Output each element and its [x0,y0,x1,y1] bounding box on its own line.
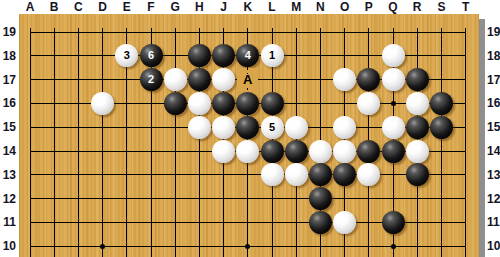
marker-letter-A: A [242,74,253,86]
black-stone-Q14 [382,140,405,163]
white-stone-P13 [357,163,380,186]
black-stone-F17-move-2: 2 [140,68,163,91]
black-stone-O13 [333,163,356,186]
coord-label-row-17-right: 17 [487,73,500,87]
grid-line-horizontal-19 [30,32,467,33]
star-point-K10 [245,244,250,249]
coord-label-row-14-right: 14 [487,144,500,158]
coord-label-col-M: M [291,0,301,14]
black-stone-H17 [188,68,211,91]
coord-label-row-13-left: 13 [0,168,16,182]
board-shadow-strip [479,19,485,257]
coord-label-row-10-right: 10 [487,239,500,253]
white-stone-O14 [333,140,356,163]
black-stone-K16 [236,92,259,115]
white-stone-G17 [164,68,187,91]
coord-label-row-11-left: 11 [0,215,16,229]
coord-label-row-10-left: 10 [0,239,16,253]
coord-label-row-18-right: 18 [487,49,500,63]
white-stone-N14 [309,140,332,163]
white-stone-J14 [212,140,235,163]
coord-label-row-12-left: 12 [0,192,16,206]
star-point-D10 [100,244,105,249]
white-stone-P16 [357,92,380,115]
coord-label-col-O: O [340,0,349,14]
coord-label-col-A: A [26,0,35,14]
coord-label-col-E: E [123,0,131,14]
coord-label-row-17-left: 17 [0,73,16,87]
coord-label-col-H: H [195,0,204,14]
coord-label-col-L: L [268,0,275,14]
white-stone-D16 [91,92,114,115]
black-stone-J16 [212,92,235,115]
white-stone-K14 [236,140,259,163]
white-stone-J15 [212,116,235,139]
black-stone-S15 [430,116,453,139]
white-stone-H16 [188,92,211,115]
white-stone-R16 [406,92,429,115]
grid-line-horizontal-12 [30,198,467,199]
black-stone-R17 [406,68,429,91]
coord-label-col-C: C [74,0,83,14]
black-stone-L14 [261,140,284,163]
white-stone-M13 [285,163,308,186]
white-stone-Q18 [382,44,405,67]
go-diagram: 364125A ABCDEFGHJKLMNOPQRST 191817161514… [0,0,500,257]
white-stone-L18-move-1: 1 [261,44,284,67]
coord-label-row-19-right: 19 [487,25,500,39]
black-stone-N11 [309,211,332,234]
coord-label-col-S: S [437,0,445,14]
white-stone-Q17 [382,68,405,91]
black-stone-G16 [164,92,187,115]
black-stone-M14 [285,140,308,163]
coord-label-row-12-right: 12 [487,192,500,206]
coord-label-col-F: F [147,0,154,14]
grid-line-horizontal-13 [30,174,467,175]
point-marker-K17: A [237,68,258,92]
coord-label-col-J: J [220,0,227,14]
coord-label-row-14-left: 14 [0,144,16,158]
black-stone-K18-move-4: 4 [236,44,259,67]
go-board[interactable]: 364125A [19,14,479,257]
coord-label-col-G: G [171,0,180,14]
white-stone-O17 [333,68,356,91]
black-stone-N12 [309,187,332,210]
coord-label-row-15-left: 15 [0,120,16,134]
coord-label-col-B: B [50,0,59,14]
white-stone-L15-move-5: 5 [261,116,284,139]
white-stone-E18-move-3: 3 [115,44,138,67]
coord-label-row-18-left: 18 [0,49,16,63]
coord-label-row-15-right: 15 [487,120,500,134]
black-stone-L16 [261,92,284,115]
coord-label-row-11-right: 11 [487,215,500,229]
black-stone-N13 [309,163,332,186]
black-stone-Q11 [382,211,405,234]
coord-label-col-D: D [98,0,107,14]
black-stone-J18 [212,44,235,67]
coord-label-row-19-left: 19 [0,25,16,39]
coord-label-col-T: T [462,0,469,14]
coord-label-col-Q: Q [388,0,397,14]
black-stone-H18 [188,44,211,67]
star-point-Q16 [391,101,396,106]
white-stone-M15 [285,116,308,139]
white-stone-J17 [212,68,235,91]
white-stone-L13 [261,163,284,186]
white-stone-O11 [333,211,356,234]
black-stone-R15 [406,116,429,139]
black-stone-R13 [406,163,429,186]
coord-label-col-K: K [243,0,252,14]
white-stone-R14 [406,140,429,163]
white-stone-Q15 [382,116,405,139]
coord-label-row-16-right: 16 [487,96,500,110]
black-stone-F18-move-6: 6 [140,44,163,67]
coord-label-row-13-right: 13 [487,168,500,182]
coord-label-col-R: R [413,0,422,14]
black-stone-K15 [236,116,259,139]
coord-label-col-P: P [365,0,373,14]
black-stone-P14 [357,140,380,163]
black-stone-P17 [357,68,380,91]
white-stone-H15 [188,116,211,139]
black-stone-S16 [430,92,453,115]
coord-label-row-16-left: 16 [0,96,16,110]
white-stone-O15 [333,116,356,139]
star-point-Q10 [391,244,396,249]
coord-label-col-N: N [316,0,325,14]
